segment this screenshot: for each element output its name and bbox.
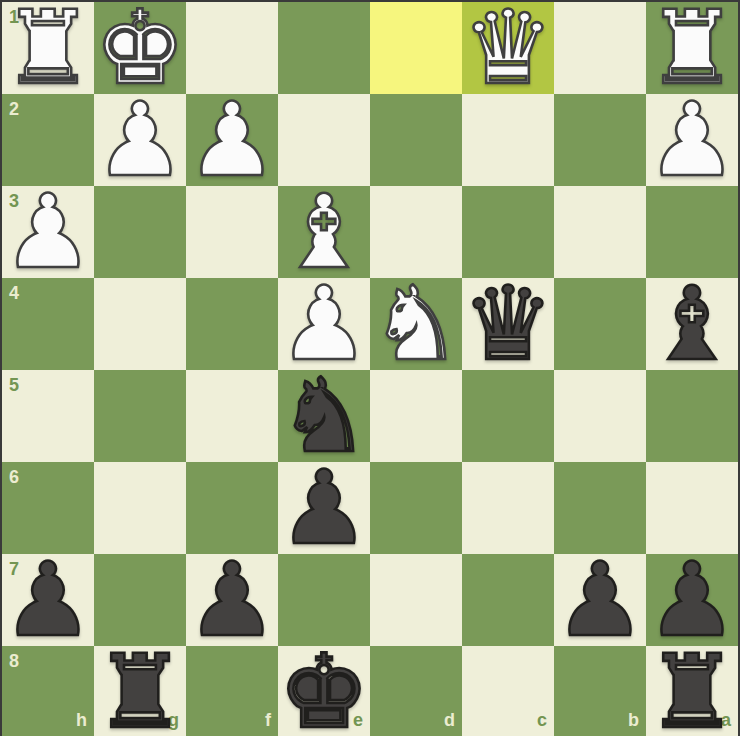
black-bishop-piece[interactable]: ♝ <box>646 278 738 370</box>
square-d5[interactable] <box>370 370 462 462</box>
square-c6[interactable] <box>462 462 554 554</box>
square-d2[interactable] <box>370 94 462 186</box>
square-g3[interactable] <box>94 186 186 278</box>
square-a8[interactable]: a♜ <box>646 646 738 736</box>
square-c8[interactable]: c <box>462 646 554 736</box>
square-f3[interactable] <box>186 186 278 278</box>
rank-label-2: 2 <box>9 100 19 118</box>
black-rook-piece[interactable]: ♜ <box>94 646 186 736</box>
square-h8[interactable]: 8h <box>2 646 94 736</box>
black-pawn-piece[interactable]: ♟ <box>2 554 94 646</box>
square-b4[interactable] <box>554 278 646 370</box>
black-rook-piece[interactable]: ♜ <box>646 646 738 736</box>
black-pawn-piece[interactable]: ♟ <box>278 462 370 554</box>
black-king-piece[interactable]: ♚ <box>278 646 370 736</box>
square-b7[interactable]: ♟ <box>554 554 646 646</box>
square-c1[interactable]: ♛ <box>462 2 554 94</box>
square-e6[interactable]: ♟ <box>278 462 370 554</box>
square-h1[interactable]: 1♜ <box>2 2 94 94</box>
square-b5[interactable] <box>554 370 646 462</box>
file-label-b: b <box>628 711 639 729</box>
white-queen-piece[interactable]: ♛ <box>462 2 554 94</box>
file-label-d: d <box>444 711 455 729</box>
square-c7[interactable] <box>462 554 554 646</box>
square-c2[interactable] <box>462 94 554 186</box>
file-label-c: c <box>537 711 547 729</box>
square-d1[interactable] <box>370 2 462 94</box>
square-b1[interactable] <box>554 2 646 94</box>
square-f7[interactable]: ♟ <box>186 554 278 646</box>
square-d8[interactable]: d <box>370 646 462 736</box>
square-e8[interactable]: e♚ <box>278 646 370 736</box>
square-d7[interactable] <box>370 554 462 646</box>
square-g6[interactable] <box>94 462 186 554</box>
black-pawn-piece[interactable]: ♟ <box>186 554 278 646</box>
white-pawn-piece[interactable]: ♟ <box>186 94 278 186</box>
white-pawn-piece[interactable]: ♟ <box>646 94 738 186</box>
square-g5[interactable] <box>94 370 186 462</box>
square-f5[interactable] <box>186 370 278 462</box>
square-d4[interactable]: ♞ <box>370 278 462 370</box>
rank-label-6: 6 <box>9 468 19 486</box>
square-c4[interactable]: ♛ <box>462 278 554 370</box>
file-label-h: h <box>76 711 87 729</box>
square-a2[interactable]: ♟ <box>646 94 738 186</box>
rank-label-8: 8 <box>9 652 19 670</box>
square-h4[interactable]: 4 <box>2 278 94 370</box>
white-knight-piece[interactable]: ♞ <box>370 278 462 370</box>
black-pawn-piece[interactable]: ♟ <box>554 554 646 646</box>
square-f2[interactable]: ♟ <box>186 94 278 186</box>
square-h3[interactable]: 3♟ <box>2 186 94 278</box>
square-b8[interactable]: b <box>554 646 646 736</box>
square-a5[interactable] <box>646 370 738 462</box>
rank-label-5: 5 <box>9 376 19 394</box>
square-h5[interactable]: 5 <box>2 370 94 462</box>
chess-board: 1♜♚♛♜2♟♟♟3♟♝4♟♞♛♝5♞6♟7♟♟♟♟8hg♜fe♚dcba♜ <box>2 2 738 736</box>
square-g4[interactable] <box>94 278 186 370</box>
square-f4[interactable] <box>186 278 278 370</box>
white-pawn-piece[interactable]: ♟ <box>94 94 186 186</box>
square-e1[interactable] <box>278 2 370 94</box>
file-label-f: f <box>265 711 271 729</box>
square-a4[interactable]: ♝ <box>646 278 738 370</box>
square-g2[interactable]: ♟ <box>94 94 186 186</box>
square-b2[interactable] <box>554 94 646 186</box>
white-pawn-piece[interactable]: ♟ <box>2 186 94 278</box>
square-f8[interactable]: f <box>186 646 278 736</box>
square-g8[interactable]: g♜ <box>94 646 186 736</box>
square-c5[interactable] <box>462 370 554 462</box>
screenshot-root: 1♜♚♛♜2♟♟♟3♟♝4♟♞♛♝5♞6♟7♟♟♟♟8hg♜fe♚dcba♜ <box>0 0 740 736</box>
square-h7[interactable]: 7♟ <box>2 554 94 646</box>
square-d6[interactable] <box>370 462 462 554</box>
square-b3[interactable] <box>554 186 646 278</box>
rank-label-4: 4 <box>9 284 19 302</box>
white-rook-piece[interactable]: ♜ <box>2 2 94 94</box>
black-queen-piece[interactable]: ♛ <box>462 278 554 370</box>
